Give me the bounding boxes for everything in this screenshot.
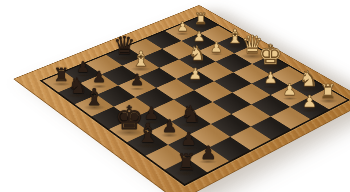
board-field [40,15,350,186]
chess-board [13,5,350,192]
board-frame [13,5,350,192]
chess-set-photo: ♜♞♝♚♝♜♟♟♟♟♟♟♟♞♛♝♟♞♟♟♟♟♟♟♜♝♛♚♞♜ [0,0,350,192]
